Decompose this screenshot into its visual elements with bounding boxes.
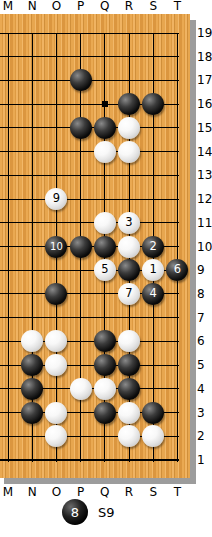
stone-white-r14[interactable] [118, 141, 140, 163]
col-label-bottom-t: T [168, 486, 186, 499]
col-label-top-s: S [144, 0, 162, 13]
stone-white-q11[interactable] [94, 212, 116, 234]
col-label-bottom-r: R [120, 486, 138, 499]
row-label-7: 7 [197, 311, 212, 325]
stone-black-o8[interactable] [45, 283, 67, 305]
col-label-top-p: P [72, 0, 90, 13]
row-label-14: 14 [197, 145, 212, 159]
stone-white-r10[interactable] [118, 236, 140, 258]
stone-black-q15[interactable] [94, 117, 116, 139]
stone-black-n5[interactable] [21, 354, 43, 376]
stone-black-p15[interactable] [70, 117, 92, 139]
stone-black-r4[interactable] [118, 378, 140, 400]
row-label-19: 19 [197, 26, 212, 40]
go-diagram: 1026493517 MNOPQRST MNOPQRST 19181716151… [0, 0, 212, 537]
stone-black-r16[interactable] [118, 93, 140, 115]
row-label-1: 1 [197, 453, 212, 467]
move-number: 7 [125, 288, 132, 300]
row-label-9: 9 [197, 263, 212, 277]
stone-white-q9[interactable]: 5 [94, 259, 116, 281]
stone-white-o12[interactable]: 9 [45, 188, 67, 210]
col-label-top-o: O [47, 0, 65, 13]
col-label-bottom-s: S [144, 486, 162, 499]
row-label-8: 8 [197, 287, 212, 301]
stone-white-o6[interactable] [45, 330, 67, 352]
move-number: 1 [150, 264, 157, 276]
go-board[interactable]: 1026493517 [0, 14, 190, 478]
stone-black-r9[interactable] [118, 259, 140, 281]
col-label-top-n: N [23, 0, 41, 13]
row-label-17: 17 [197, 73, 212, 87]
stone-white-r3[interactable] [118, 402, 140, 424]
caption: 8 S9 [62, 499, 115, 525]
row-label-10: 10 [197, 240, 212, 254]
stone-black-p10[interactable] [70, 236, 92, 258]
col-label-top-t: T [168, 0, 186, 13]
move-number: 3 [125, 217, 132, 229]
stone-black-s3[interactable] [142, 402, 164, 424]
row-label-2: 2 [197, 429, 212, 443]
caption-move-number: 8 [71, 506, 79, 519]
row-label-4: 4 [197, 382, 212, 396]
row-label-3: 3 [197, 406, 212, 420]
col-label-top-q: Q [96, 0, 114, 13]
stone-white-q4[interactable] [94, 378, 116, 400]
col-label-bottom-n: N [23, 486, 41, 499]
row-label-5: 5 [197, 358, 212, 372]
col-label-bottom-m: M [0, 486, 17, 499]
stone-white-s9[interactable]: 1 [142, 259, 164, 281]
stone-black-q5[interactable] [94, 354, 116, 376]
stone-black-q10[interactable] [94, 236, 116, 258]
stone-black-n4[interactable] [21, 378, 43, 400]
stone-black-o10[interactable]: 10 [45, 236, 67, 258]
stone-black-n3[interactable] [21, 402, 43, 424]
col-label-bottom-p: P [72, 486, 90, 499]
board-shadow-bottom [4, 478, 196, 484]
stone-black-p17[interactable] [70, 69, 92, 91]
grid-line-col-m [8, 33, 9, 462]
move-number: 9 [53, 193, 60, 205]
stone-black-t9[interactable]: 6 [166, 259, 188, 281]
stone-white-q14[interactable] [94, 141, 116, 163]
stone-white-s2[interactable] [142, 425, 164, 447]
stone-black-q6[interactable] [94, 330, 116, 352]
row-label-6: 6 [197, 334, 212, 348]
stone-black-q3[interactable] [94, 402, 116, 424]
row-label-12: 12 [197, 192, 212, 206]
stone-black-s10[interactable]: 2 [142, 236, 164, 258]
stone-white-p4[interactable] [70, 378, 92, 400]
caption-move-stone: 8 [62, 499, 88, 525]
stone-white-n6[interactable] [21, 330, 43, 352]
row-label-13: 13 [197, 168, 212, 182]
move-number: 2 [150, 241, 157, 253]
move-number: 5 [101, 264, 108, 276]
stone-white-r6[interactable] [118, 330, 140, 352]
star-point-q16 [102, 101, 108, 107]
stone-white-r8[interactable]: 7 [118, 283, 140, 305]
stone-white-o2[interactable] [45, 425, 67, 447]
grid-line-col-t [177, 33, 178, 462]
col-label-bottom-q: Q [96, 486, 114, 499]
stone-white-r15[interactable] [118, 117, 140, 139]
stone-black-s8[interactable]: 4 [142, 283, 164, 305]
stone-white-r11[interactable]: 3 [118, 212, 140, 234]
stone-black-r5[interactable] [118, 354, 140, 376]
board-shadow-right [190, 20, 196, 484]
row-label-18: 18 [197, 50, 212, 64]
row-label-16: 16 [197, 97, 212, 111]
move-number: 6 [174, 264, 181, 276]
move-number: 10 [50, 242, 63, 252]
col-label-bottom-o: O [47, 486, 65, 499]
col-label-top-m: M [0, 0, 17, 13]
stone-white-o3[interactable] [45, 402, 67, 424]
stone-white-o5[interactable] [45, 354, 67, 376]
stone-black-s16[interactable] [142, 93, 164, 115]
row-label-11: 11 [197, 216, 212, 230]
move-number: 4 [150, 288, 157, 300]
stone-white-r2[interactable] [118, 425, 140, 447]
row-label-15: 15 [197, 121, 212, 135]
caption-move-point: S9 [98, 505, 115, 520]
col-label-top-r: R [120, 0, 138, 13]
